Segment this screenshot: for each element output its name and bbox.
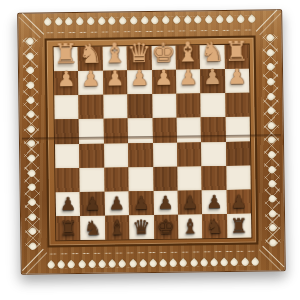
top-border-leaf-icon <box>225 14 235 24</box>
square-g4[interactable] <box>201 141 226 165</box>
square-f4[interactable] <box>177 142 202 166</box>
left-border-leaf-icon <box>27 183 37 193</box>
right-border-leaf-icon <box>267 165 277 175</box>
top-border-leaf-icon <box>54 17 64 27</box>
piece-light-bishop[interactable]: ♝ <box>175 39 200 63</box>
bottom-border-leaf-icon <box>230 257 240 267</box>
square-e1[interactable]: ♚ <box>154 215 179 239</box>
top-border-leaf-icon <box>247 14 257 24</box>
top-border-leaf-icon <box>129 16 139 26</box>
left-border-leaf-icon <box>26 80 36 90</box>
bottom-border-leaf-icon <box>77 260 87 270</box>
top-border-leaf-icon <box>150 15 160 25</box>
right-border-leaf-icon <box>266 62 276 72</box>
left-border-leaf-icon <box>28 227 38 237</box>
piece-light-pawn[interactable]: ♟ <box>78 67 103 91</box>
top-border-leaf-icon <box>86 16 96 26</box>
square-a3[interactable] <box>55 168 80 192</box>
checkerboard: ♜♞♝♛♚♝♞♜♟♟♟♟♟♟♟♟♟♟♟♟♟♟♟♟♜♞♝♛♚♝♞♜ <box>53 44 253 242</box>
piece-dark-pawn[interactable]: ♟ <box>80 191 105 215</box>
top-border-leaf-icon <box>182 15 192 25</box>
piece-light-knight[interactable]: ♞ <box>78 41 103 65</box>
bottom-border-leaf-icon <box>209 258 219 268</box>
square-b2[interactable]: ♟ <box>80 191 105 215</box>
photo-background: ♜♞♝♛♚♝♞♜♟♟♟♟♟♟♟♟♟♟♟♟♟♟♟♟♜♞♝♛♚♝♞♜ <box>0 0 300 300</box>
square-c7[interactable]: ♟ <box>103 70 128 94</box>
left-border-leaf-icon <box>28 212 38 222</box>
piece-light-bishop[interactable]: ♝ <box>102 40 127 64</box>
left-border-leaf-icon <box>26 66 36 76</box>
right-border-leaf-icon <box>266 106 276 116</box>
piece-dark-pawn[interactable]: ♟ <box>104 191 129 215</box>
right-border-leaf-icon <box>265 48 275 58</box>
right-border-leaf-icon <box>268 223 278 233</box>
left-border-leaf-icon <box>26 95 36 105</box>
square-a4[interactable] <box>55 144 80 168</box>
square-h7[interactable]: ♟ <box>225 69 250 93</box>
top-border-leaf-icon <box>172 15 182 25</box>
piece-light-rook[interactable]: ♜ <box>54 41 79 65</box>
square-c2[interactable]: ♟ <box>104 191 129 215</box>
piece-light-rook[interactable]: ♜ <box>224 39 249 63</box>
piece-dark-pawn[interactable]: ♟ <box>202 190 227 214</box>
square-b4[interactable] <box>79 143 104 167</box>
top-border-leaf-icon <box>75 17 85 27</box>
piece-dark-rook[interactable]: ♜ <box>227 213 252 237</box>
piece-dark-king[interactable]: ♚ <box>154 215 179 239</box>
piece-dark-knight[interactable]: ♞ <box>80 216 105 240</box>
square-b1[interactable]: ♞ <box>80 216 105 240</box>
corner-flourish-top-left <box>19 13 45 38</box>
piece-dark-queen[interactable]: ♛ <box>129 215 154 239</box>
square-e4[interactable] <box>153 142 178 166</box>
piece-light-pawn[interactable]: ♟ <box>225 65 250 89</box>
square-h6[interactable] <box>225 93 250 117</box>
top-border-leaf-icon <box>193 15 203 25</box>
piece-dark-pawn[interactable]: ♟ <box>56 192 81 216</box>
bottom-border-leaf-icon <box>179 258 189 268</box>
square-g2[interactable]: ♟ <box>202 190 227 214</box>
piece-dark-rook[interactable]: ♜ <box>56 216 81 240</box>
square-h1[interactable]: ♜ <box>227 213 252 237</box>
bottom-border-leaf-icon <box>240 257 250 267</box>
bottom-border-leaf-icon <box>199 258 209 268</box>
square-e7[interactable]: ♟ <box>151 70 176 94</box>
square-a6[interactable] <box>54 95 79 119</box>
piece-light-knight[interactable]: ♞ <box>200 39 225 63</box>
piece-light-pawn[interactable]: ♟ <box>151 66 176 90</box>
piece-light-pawn[interactable]: ♟ <box>176 65 201 89</box>
square-f6[interactable] <box>176 94 201 118</box>
top-border-leaf-icon <box>139 16 149 26</box>
square-b6[interactable] <box>79 95 104 119</box>
piece-light-pawn[interactable]: ♟ <box>127 66 152 90</box>
right-border-leaf-icon <box>267 150 277 160</box>
square-e3[interactable] <box>153 166 178 190</box>
square-f1[interactable]: ♝ <box>178 214 203 238</box>
corner-flourish-top-right <box>256 10 281 36</box>
top-border-leaf-icon <box>97 16 107 26</box>
piece-dark-bishop[interactable]: ♝ <box>105 215 130 239</box>
top-border-leaf-icon <box>64 17 74 27</box>
square-f3[interactable] <box>177 166 202 190</box>
piece-dark-pawn[interactable]: ♟ <box>226 189 251 213</box>
square-h3[interactable] <box>226 165 251 189</box>
top-border-leaf-icon <box>236 14 246 24</box>
square-a7[interactable]: ♟ <box>54 71 79 95</box>
top-border-leaf-icon <box>204 15 214 25</box>
piece-dark-pawn[interactable]: ♟ <box>178 190 203 214</box>
square-d4[interactable] <box>128 142 153 166</box>
bottom-border-leaf-icon <box>168 258 178 268</box>
top-border-leaf-icon <box>107 16 117 26</box>
bottom-border-leaf-icon <box>250 257 260 267</box>
top-border-leaf-icon <box>118 16 128 26</box>
square-g3[interactable] <box>202 166 227 190</box>
square-f2[interactable]: ♟ <box>178 190 203 214</box>
square-a1[interactable]: ♜ <box>56 216 81 240</box>
left-border-leaf-icon <box>26 109 36 119</box>
right-border-leaf-icon <box>268 238 278 248</box>
square-h2[interactable]: ♟ <box>226 189 251 213</box>
border-ornament-bottom <box>48 251 259 269</box>
top-border-leaf-icon <box>43 17 53 27</box>
right-border-leaf-icon <box>266 77 276 87</box>
bottom-border-leaf-icon <box>56 260 66 270</box>
square-c4[interactable] <box>104 143 129 167</box>
square-g7[interactable]: ♟ <box>200 69 225 93</box>
bottom-border-leaf-icon <box>67 260 77 270</box>
square-e2[interactable]: ♟ <box>153 190 178 214</box>
square-h4[interactable] <box>226 141 251 165</box>
square-g8[interactable]: ♞ <box>200 45 225 69</box>
border-ornament-top <box>44 16 255 34</box>
bottom-border-leaf-icon <box>46 260 56 270</box>
square-g6[interactable] <box>201 93 226 117</box>
inner-frame: ♜♞♝♛♚♝♞♜♟♟♟♟♟♟♟♟♟♟♟♟♟♟♟♟♜♞♝♛♚♝♞♜ <box>45 36 259 248</box>
piece-dark-bishop[interactable]: ♝ <box>178 214 203 238</box>
piece-dark-knight[interactable]: ♞ <box>202 214 227 238</box>
square-c1[interactable]: ♝ <box>105 215 130 239</box>
right-border-leaf-icon <box>267 179 277 189</box>
square-a2[interactable]: ♟ <box>56 192 81 216</box>
square-b7[interactable]: ♟ <box>78 71 103 95</box>
bottom-border-leaf-icon <box>107 259 117 269</box>
left-border-leaf-icon <box>27 197 37 207</box>
left-border-leaf-icon <box>26 124 36 134</box>
bottom-border-leaf-icon <box>219 258 229 268</box>
border-ornament-right <box>263 34 281 246</box>
right-border-leaf-icon <box>265 33 275 43</box>
bottom-border-leaf-icon <box>87 259 97 269</box>
left-border-leaf-icon <box>27 168 37 178</box>
top-border-leaf-icon <box>161 15 171 25</box>
piece-dark-pawn[interactable]: ♟ <box>153 190 178 214</box>
square-e6[interactable] <box>152 94 177 118</box>
corner-flourish-bottom-right <box>259 246 285 271</box>
piece-light-queen[interactable]: ♛ <box>127 40 152 64</box>
bottom-border-leaf-icon <box>128 259 138 269</box>
square-c6[interactable] <box>103 95 128 119</box>
square-f7[interactable]: ♟ <box>176 69 201 93</box>
right-border-leaf-icon <box>266 91 276 101</box>
chess-board: ♜♞♝♛♚♝♞♜♟♟♟♟♟♟♟♟♟♟♟♟♟♟♟♟♜♞♝♛♚♝♞♜ <box>17 9 286 275</box>
bottom-border-leaf-icon <box>158 258 168 268</box>
square-d7[interactable]: ♟ <box>127 70 152 94</box>
bottom-border-leaf-icon <box>138 259 148 269</box>
square-g1[interactable]: ♞ <box>202 214 227 238</box>
piece-light-pawn[interactable]: ♟ <box>200 65 225 89</box>
piece-light-pawn[interactable]: ♟ <box>103 66 128 90</box>
piece-light-king[interactable]: ♚ <box>151 40 176 64</box>
left-border-leaf-icon <box>25 51 35 61</box>
square-d2[interactable]: ♟ <box>129 191 154 215</box>
bottom-border-leaf-icon <box>118 259 128 269</box>
right-border-leaf-icon <box>266 121 276 131</box>
left-border-leaf-icon <box>25 36 35 46</box>
bottom-border-leaf-icon <box>189 258 199 268</box>
top-border-leaf-icon <box>215 15 225 25</box>
square-d3[interactable] <box>128 167 153 191</box>
left-border-leaf-icon <box>28 241 38 251</box>
piece-dark-pawn[interactable]: ♟ <box>129 191 154 215</box>
square-c3[interactable] <box>104 167 129 191</box>
border-ornament-left <box>23 38 41 250</box>
right-border-leaf-icon <box>267 194 277 204</box>
right-border-leaf-icon <box>268 209 278 219</box>
bottom-border-leaf-icon <box>97 259 107 269</box>
square-d6[interactable] <box>127 94 152 118</box>
left-border-leaf-icon <box>27 153 37 163</box>
bottom-border-leaf-icon <box>148 259 158 269</box>
square-d1[interactable]: ♛ <box>129 215 154 239</box>
corner-flourish-bottom-left <box>22 249 47 275</box>
piece-light-pawn[interactable]: ♟ <box>54 67 79 91</box>
square-b3[interactable] <box>80 167 105 191</box>
